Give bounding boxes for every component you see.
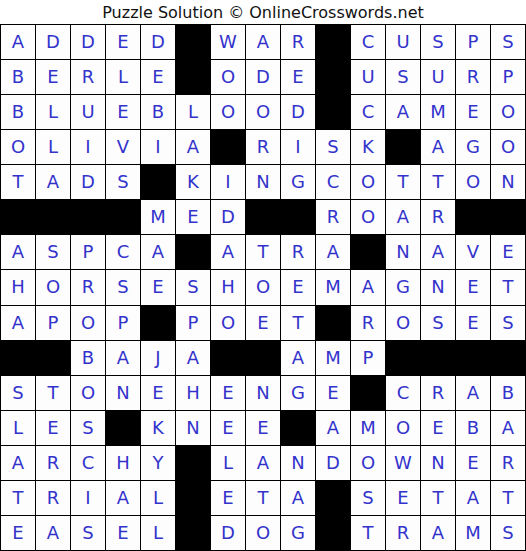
black-cell [176, 481, 210, 515]
letter-cell[interactable]: I [71, 130, 105, 164]
letter-cell[interactable]: G [281, 516, 315, 550]
letter-cell[interactable]: W [386, 446, 420, 480]
letter-cell[interactable]: R [36, 446, 70, 480]
letter-cell[interactable]: B [1, 95, 35, 129]
letter-cell[interactable]: A [1, 446, 35, 480]
black-cell [71, 200, 105, 234]
letter-cell[interactable]: P [176, 306, 210, 340]
letter-cell[interactable]: T [351, 516, 385, 550]
letter-cell[interactable]: A [211, 235, 245, 269]
letter-cell[interactable]: R [36, 481, 70, 515]
letter-cell[interactable]: O [351, 200, 385, 234]
letter-cell[interactable]: H [211, 270, 245, 304]
letter-cell[interactable]: S [1, 376, 35, 410]
letter-cell[interactable]: A [1, 25, 35, 59]
letter-cell[interactable]: M [316, 270, 350, 304]
black-cell [246, 200, 280, 234]
letter-cell[interactable]: L [1, 411, 35, 445]
letter-cell[interactable]: D [211, 516, 245, 550]
letter-cell[interactable]: G [281, 376, 315, 410]
letter-cell[interactable]: R [281, 25, 315, 59]
letter-cell[interactable]: H [106, 446, 140, 480]
crossword-grid: ADDEDWARCUSPSBERLEODEUSURPBLUEBLOODCAMEO… [0, 24, 526, 551]
letter-cell[interactable]: I [211, 165, 245, 199]
letter-cell[interactable]: A [36, 516, 70, 550]
letter-cell[interactable]: P [36, 306, 70, 340]
black-cell [106, 411, 140, 445]
letter-cell[interactable]: T [491, 481, 525, 515]
black-cell [211, 130, 245, 164]
letter-cell[interactable]: I [141, 130, 175, 164]
letter-cell[interactable]: O [246, 516, 280, 550]
letter-cell[interactable]: E [211, 376, 245, 410]
letter-cell[interactable]: E [36, 411, 70, 445]
letter-cell[interactable]: O [386, 411, 420, 445]
letter-cell[interactable]: S [421, 25, 455, 59]
black-cell [351, 235, 385, 269]
letter-cell[interactable]: R [491, 446, 525, 480]
black-cell [36, 341, 70, 375]
letter-cell[interactable]: S [386, 60, 420, 94]
letter-cell[interactable]: M [141, 200, 175, 234]
letter-cell[interactable]: E [211, 481, 245, 515]
letter-cell[interactable]: N [176, 411, 210, 445]
letter-cell[interactable]: T [386, 165, 420, 199]
letter-cell[interactable]: K [351, 130, 385, 164]
letter-cell[interactable]: R [386, 516, 420, 550]
black-cell [316, 60, 350, 94]
letter-cell[interactable]: S [491, 516, 525, 550]
black-cell [421, 341, 455, 375]
black-cell [141, 306, 175, 340]
letter-cell[interactable]: H [176, 376, 210, 410]
letter-cell[interactable]: E [176, 200, 210, 234]
letter-cell[interactable]: A [176, 130, 210, 164]
letter-cell[interactable]: A [421, 516, 455, 550]
letter-cell[interactable]: V [106, 130, 140, 164]
letter-cell[interactable]: Y [141, 446, 175, 480]
letter-cell[interactable]: C [106, 235, 140, 269]
letter-cell[interactable]: U [386, 25, 420, 59]
black-cell [386, 130, 420, 164]
letter-cell[interactable]: D [211, 200, 245, 234]
letter-cell[interactable]: P [456, 25, 490, 59]
letter-cell[interactable]: S [106, 270, 140, 304]
black-cell [281, 411, 315, 445]
letter-cell[interactable]: B [141, 95, 175, 129]
letter-cell[interactable]: C [351, 95, 385, 129]
letter-cell[interactable]: U [421, 60, 455, 94]
letter-cell[interactable]: A [106, 481, 140, 515]
letter-cell[interactable]: G [281, 165, 315, 199]
letter-cell[interactable]: C [71, 446, 105, 480]
letter-cell[interactable]: W [211, 25, 245, 59]
black-cell [491, 341, 525, 375]
letter-cell[interactable]: I [281, 130, 315, 164]
letter-cell[interactable]: O [211, 95, 245, 129]
letter-cell[interactable]: N [246, 376, 280, 410]
letter-cell[interactable]: E [1, 516, 35, 550]
letter-cell[interactable]: D [316, 446, 350, 480]
letter-cell[interactable]: T [281, 306, 315, 340]
letter-cell[interactable]: R [351, 306, 385, 340]
letter-cell[interactable]: R [281, 235, 315, 269]
letter-cell[interactable]: O [71, 376, 105, 410]
letter-cell[interactable]: D [36, 25, 70, 59]
letter-cell[interactable]: O [246, 270, 280, 304]
letter-cell[interactable]: S [176, 270, 210, 304]
letter-cell[interactable]: M [456, 516, 490, 550]
letter-cell[interactable]: O [71, 306, 105, 340]
letter-cell[interactable]: H [1, 270, 35, 304]
black-cell [351, 376, 385, 410]
black-cell [176, 516, 210, 550]
letter-cell[interactable]: U [71, 95, 105, 129]
letter-cell[interactable]: R [421, 376, 455, 410]
letter-cell[interactable]: A [246, 25, 280, 59]
letter-cell[interactable]: A [386, 200, 420, 234]
letter-cell[interactable]: N [281, 446, 315, 480]
letter-cell[interactable]: T [421, 481, 455, 515]
letter-cell[interactable]: S [491, 25, 525, 59]
letter-cell[interactable]: E [211, 411, 245, 445]
letter-cell[interactable]: E [141, 60, 175, 94]
letter-cell[interactable]: R [71, 270, 105, 304]
black-cell [316, 95, 350, 129]
letter-cell[interactable]: K [176, 165, 210, 199]
black-cell [281, 200, 315, 234]
black-cell [316, 516, 350, 550]
letter-cell[interactable]: A [1, 235, 35, 269]
black-cell [176, 60, 210, 94]
letter-cell[interactable]: T [491, 270, 525, 304]
letter-cell[interactable]: T [36, 376, 70, 410]
letter-cell[interactable]: O [1, 130, 35, 164]
letter-cell[interactable]: L [36, 130, 70, 164]
letter-cell[interactable]: D [141, 25, 175, 59]
letter-cell[interactable]: E [106, 516, 140, 550]
letter-cell[interactable]: G [386, 270, 420, 304]
black-cell [316, 25, 350, 59]
letter-cell[interactable]: E [456, 446, 490, 480]
letter-cell[interactable]: E [456, 270, 490, 304]
letter-cell[interactable]: S [316, 130, 350, 164]
letter-cell[interactable]: R [456, 60, 490, 94]
letter-cell[interactable]: S [36, 235, 70, 269]
letter-cell[interactable]: L [106, 60, 140, 94]
black-cell [456, 341, 490, 375]
letter-cell[interactable]: R [421, 200, 455, 234]
letter-cell[interactable]: K [141, 411, 175, 445]
letter-cell[interactable]: S [106, 165, 140, 199]
letter-cell[interactable]: R [71, 60, 105, 94]
letter-cell[interactable]: L [141, 481, 175, 515]
letter-cell[interactable]: A [316, 235, 350, 269]
letter-cell[interactable]: E [316, 376, 350, 410]
letter-cell[interactable]: O [211, 60, 245, 94]
black-cell [176, 235, 210, 269]
letter-cell[interactable]: E [141, 376, 175, 410]
black-cell [1, 341, 35, 375]
letter-cell[interactable]: M [351, 411, 385, 445]
black-cell [456, 200, 490, 234]
letter-cell[interactable]: S [71, 411, 105, 445]
letter-cell[interactable]: C [316, 165, 350, 199]
letter-cell[interactable]: T [1, 165, 35, 199]
letter-cell[interactable]: E [386, 481, 420, 515]
letter-cell[interactable]: N [106, 376, 140, 410]
letter-cell[interactable]: D [71, 165, 105, 199]
letter-cell[interactable]: V [456, 235, 490, 269]
letter-cell[interactable]: P [106, 306, 140, 340]
black-cell [36, 200, 70, 234]
letter-cell[interactable]: O [386, 306, 420, 340]
black-cell [316, 306, 350, 340]
black-cell [386, 341, 420, 375]
letter-cell[interactable]: E [106, 25, 140, 59]
letter-cell[interactable]: O [351, 446, 385, 480]
letter-cell[interactable]: A [246, 446, 280, 480]
black-cell [1, 200, 35, 234]
letter-cell[interactable]: P [71, 235, 105, 269]
letter-cell[interactable]: N [421, 446, 455, 480]
letter-cell[interactable]: T [1, 481, 35, 515]
letter-cell[interactable]: E [281, 60, 315, 94]
black-cell [176, 446, 210, 480]
letter-cell[interactable]: A [281, 341, 315, 375]
letter-cell[interactable]: A [351, 270, 385, 304]
letter-cell[interactable]: B [71, 341, 105, 375]
letter-cell[interactable]: A [421, 235, 455, 269]
letter-cell[interactable]: E [141, 270, 175, 304]
letter-cell[interactable]: C [386, 376, 420, 410]
letter-cell[interactable]: U [351, 60, 385, 94]
page-title: Puzzle Solution © OnlineCrosswords.net [0, 0, 526, 24]
letter-cell[interactable]: O [456, 165, 490, 199]
letter-cell[interactable]: A [316, 411, 350, 445]
letter-cell[interactable]: A [456, 376, 490, 410]
letter-cell[interactable]: C [351, 25, 385, 59]
letter-cell[interactable]: E [281, 270, 315, 304]
puzzle-solution-page: Puzzle Solution © OnlineCrosswords.net A… [0, 0, 526, 551]
letter-cell[interactable]: D [246, 60, 280, 94]
letter-cell[interactable]: A [36, 165, 70, 199]
letter-cell[interactable]: O [491, 130, 525, 164]
letter-cell[interactable]: A [386, 95, 420, 129]
letter-cell[interactable]: O [211, 306, 245, 340]
letter-cell[interactable]: S [351, 481, 385, 515]
letter-cell[interactable]: E [106, 95, 140, 129]
black-cell [106, 200, 140, 234]
letter-cell[interactable]: A [421, 130, 455, 164]
letter-cell[interactable]: L [176, 95, 210, 129]
letter-cell[interactable]: A [176, 341, 210, 375]
black-cell [246, 341, 280, 375]
letter-cell[interactable]: R [316, 200, 350, 234]
letter-cell[interactable]: B [456, 411, 490, 445]
letter-cell[interactable]: J [141, 341, 175, 375]
letter-cell[interactable]: S [71, 516, 105, 550]
letter-cell[interactable]: E [456, 95, 490, 129]
letter-cell[interactable]: E [421, 411, 455, 445]
letter-cell[interactable]: T [246, 235, 280, 269]
letter-cell[interactable]: O [491, 95, 525, 129]
letter-cell[interactable]: A [106, 341, 140, 375]
letter-cell[interactable]: P [351, 341, 385, 375]
letter-cell[interactable]: E [456, 306, 490, 340]
letter-cell[interactable]: B [491, 376, 525, 410]
letter-cell[interactable]: E [246, 306, 280, 340]
letter-cell[interactable]: O [246, 95, 280, 129]
letter-cell[interactable]: N [491, 165, 525, 199]
letter-cell[interactable]: L [211, 446, 245, 480]
letter-cell[interactable]: L [36, 95, 70, 129]
letter-cell[interactable]: L [141, 516, 175, 550]
letter-cell[interactable]: A [281, 481, 315, 515]
black-cell [316, 481, 350, 515]
letter-cell[interactable]: S [491, 306, 525, 340]
letter-cell[interactable]: N [246, 165, 280, 199]
letter-cell[interactable]: A [141, 235, 175, 269]
letter-cell[interactable]: E [246, 411, 280, 445]
letter-cell[interactable]: N [386, 235, 420, 269]
letter-cell[interactable]: D [281, 95, 315, 129]
black-cell [491, 200, 525, 234]
letter-cell[interactable]: I [71, 481, 105, 515]
letter-cell[interactable]: D [71, 25, 105, 59]
letter-cell[interactable]: A [456, 481, 490, 515]
letter-cell[interactable]: A [1, 306, 35, 340]
black-cell [211, 341, 245, 375]
letter-cell[interactable]: T [246, 481, 280, 515]
letter-cell[interactable]: T [421, 165, 455, 199]
letter-cell[interactable]: P [491, 60, 525, 94]
letter-cell[interactable]: O [36, 270, 70, 304]
letter-cell[interactable]: E [36, 60, 70, 94]
letter-cell[interactable]: R [246, 130, 280, 164]
letter-cell[interactable]: A [491, 411, 525, 445]
letter-cell[interactable]: O [351, 165, 385, 199]
letter-cell[interactable]: G [456, 130, 490, 164]
black-cell [141, 165, 175, 199]
letter-cell[interactable]: M [421, 95, 455, 129]
letter-cell[interactable]: N [421, 270, 455, 304]
black-cell [176, 25, 210, 59]
letter-cell[interactable]: E [491, 235, 525, 269]
letter-cell[interactable]: S [421, 306, 455, 340]
letter-cell[interactable]: M [316, 341, 350, 375]
letter-cell[interactable]: B [1, 60, 35, 94]
